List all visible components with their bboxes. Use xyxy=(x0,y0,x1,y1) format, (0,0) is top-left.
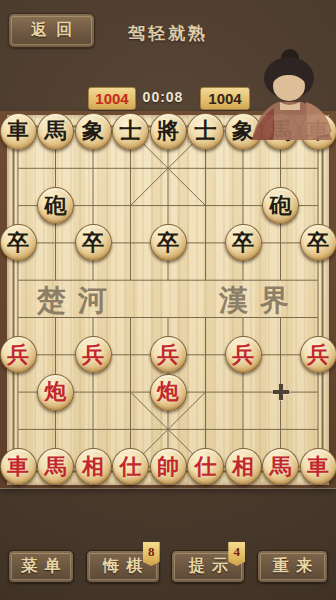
undo-button[interactable]: 悔棋 8 xyxy=(86,550,160,583)
red-piece-兵[interactable]: 兵 xyxy=(300,336,336,373)
black-score-badge: 1004 xyxy=(200,87,250,110)
black-piece-士[interactable]: 士 xyxy=(112,113,149,150)
black-piece-卒[interactable]: 卒 xyxy=(150,224,187,261)
red-piece-車[interactable]: 車 xyxy=(300,448,336,485)
red-score-badge: 1004 xyxy=(88,87,136,110)
red-piece-車[interactable]: 車 xyxy=(0,448,37,485)
black-piece-象[interactable]: 象 xyxy=(75,113,112,150)
pieces-layer: 車馬象士將士象馬車砲砲卒卒卒卒卒兵兵兵兵兵炮炮車馬相仕帥仕相馬車 xyxy=(0,111,336,488)
red-piece-相[interactable]: 相 xyxy=(75,448,112,485)
black-piece-卒[interactable]: 卒 xyxy=(225,224,262,261)
black-piece-卒[interactable]: 卒 xyxy=(0,224,37,261)
footer-toolbar: 菜单 悔棋 8 提示 4 重来 xyxy=(0,550,336,584)
black-piece-卒[interactable]: 卒 xyxy=(300,224,336,261)
black-piece-車[interactable]: 車 xyxy=(0,113,37,150)
red-piece-帥[interactable]: 帥 xyxy=(150,448,187,485)
hint-count-badge: 4 xyxy=(228,542,245,566)
undo-count-badge: 8 xyxy=(143,542,160,566)
black-piece-將[interactable]: 將 xyxy=(150,113,187,150)
page-title: 驾轻就熟 xyxy=(0,22,336,45)
red-piece-兵[interactable]: 兵 xyxy=(225,336,262,373)
red-piece-仕[interactable]: 仕 xyxy=(112,448,149,485)
black-piece-士[interactable]: 士 xyxy=(187,113,224,150)
black-piece-砲[interactable]: 砲 xyxy=(262,187,299,224)
red-piece-相[interactable]: 相 xyxy=(225,448,262,485)
hint-button[interactable]: 提示 4 xyxy=(171,550,245,583)
last-move-origin-marker xyxy=(273,384,289,400)
red-piece-兵[interactable]: 兵 xyxy=(0,336,37,373)
opponent-avatar xyxy=(244,48,336,140)
restart-button[interactable]: 重来 xyxy=(257,550,328,583)
red-piece-馬[interactable]: 馬 xyxy=(37,448,74,485)
menu-button[interactable]: 菜单 xyxy=(8,550,74,583)
red-piece-馬[interactable]: 馬 xyxy=(262,448,299,485)
game-timer: 00:08 xyxy=(136,89,190,105)
black-piece-卒[interactable]: 卒 xyxy=(75,224,112,261)
red-piece-兵[interactable]: 兵 xyxy=(150,336,187,373)
red-piece-仕[interactable]: 仕 xyxy=(187,448,224,485)
red-piece-炮[interactable]: 炮 xyxy=(37,374,74,411)
black-piece-馬[interactable]: 馬 xyxy=(37,113,74,150)
black-piece-砲[interactable]: 砲 xyxy=(37,187,74,224)
red-piece-兵[interactable]: 兵 xyxy=(75,336,112,373)
xiangqi-board: 楚河 漢界 車馬象士將士象馬車砲砲卒卒卒卒卒兵兵兵兵兵炮炮車馬相仕帥仕相馬車 xyxy=(0,111,336,488)
undo-button-label: 悔棋 xyxy=(96,556,149,577)
red-piece-炮[interactable]: 炮 xyxy=(150,374,187,411)
hint-button-label: 提示 xyxy=(182,556,235,577)
